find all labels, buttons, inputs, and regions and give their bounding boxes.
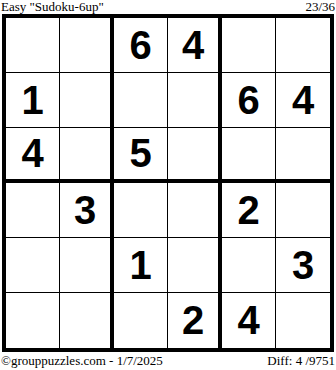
cell-r3c1[interactable]: 4 <box>6 128 60 183</box>
cell-r6c5[interactable]: 4 <box>222 293 276 348</box>
cell-r5c1[interactable] <box>6 238 60 293</box>
cell-r2c5[interactable]: 6 <box>222 73 276 128</box>
difficulty-text: Diff: 4 /9751 <box>267 353 335 368</box>
cell-r2c2[interactable] <box>60 73 114 128</box>
cell-r3c2[interactable] <box>60 128 114 183</box>
copyright-text: ©grouppuzzles.com - 1/7/2025 <box>1 353 163 368</box>
cell-r5c4[interactable] <box>168 238 222 293</box>
cell-r5c2[interactable] <box>60 238 114 293</box>
cell-r2c1[interactable]: 1 <box>6 73 60 128</box>
cell-r1c3[interactable]: 6 <box>114 18 168 73</box>
cell-r4c5[interactable]: 2 <box>222 183 276 238</box>
cell-r6c2[interactable] <box>60 293 114 348</box>
progress-counter: 23/36 <box>305 0 335 14</box>
cell-r1c6[interactable] <box>276 18 330 73</box>
cell-r6c4[interactable]: 2 <box>168 293 222 348</box>
page-header: Easy "Sudoku-6up" 23/36 <box>0 0 336 14</box>
cell-r5c6[interactable]: 3 <box>276 238 330 293</box>
cell-r1c2[interactable] <box>60 18 114 73</box>
cell-r2c6[interactable]: 4 <box>276 73 330 128</box>
cell-r1c5[interactable] <box>222 18 276 73</box>
cell-r3c5[interactable] <box>222 128 276 183</box>
cell-r6c1[interactable] <box>6 293 60 348</box>
cell-r2c3[interactable] <box>114 73 168 128</box>
cell-r6c6[interactable] <box>276 293 330 348</box>
cell-r5c5[interactable] <box>222 238 276 293</box>
page-footer: ©grouppuzzles.com - 1/7/2025 Diff: 4 /97… <box>0 352 336 370</box>
cell-r4c6[interactable] <box>276 183 330 238</box>
cell-r4c4[interactable] <box>168 183 222 238</box>
cell-r2c4[interactable] <box>168 73 222 128</box>
sudoku-page: Easy "Sudoku-6up" 23/36 6416445321324 ©g… <box>0 0 336 370</box>
cell-r1c1[interactable] <box>6 18 60 73</box>
cell-r4c2[interactable]: 3 <box>60 183 114 238</box>
cell-r3c3[interactable]: 5 <box>114 128 168 183</box>
sudoku-grid: 6416445321324 <box>2 14 334 352</box>
puzzle-title: Easy "Sudoku-6up" <box>1 0 104 14</box>
cell-r4c1[interactable] <box>6 183 60 238</box>
cell-r3c6[interactable] <box>276 128 330 183</box>
cell-r6c3[interactable] <box>114 293 168 348</box>
cell-r4c3[interactable] <box>114 183 168 238</box>
cell-r1c4[interactable]: 4 <box>168 18 222 73</box>
cell-r5c3[interactable]: 1 <box>114 238 168 293</box>
cell-r3c4[interactable] <box>168 128 222 183</box>
